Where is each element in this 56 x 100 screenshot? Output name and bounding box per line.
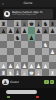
white-pawn: ♟ [1, 62, 6, 69]
square-b2[interactable]: ♟ [7, 62, 14, 69]
black-queen: ♛ [22, 20, 27, 27]
white-pawn: ♟ [8, 62, 13, 69]
square-a3[interactable] [0, 55, 7, 62]
square-g3[interactable] [42, 55, 49, 62]
square-h1[interactable]: ♜ [49, 69, 56, 76]
redo-icon[interactable]: ↻ [50, 80, 55, 85]
black-pawn: ♟ [43, 27, 48, 34]
square-e7[interactable] [28, 27, 35, 34]
square-b5[interactable] [7, 41, 14, 48]
square-h6[interactable] [49, 34, 56, 41]
white-bishop: ♝ [15, 69, 20, 76]
square-a1[interactable]: ♜ [0, 69, 7, 76]
square-c6[interactable]: ♞ [14, 34, 21, 41]
black-rook: ♜ [50, 20, 55, 27]
app-window: ‹ Game ♞ Magnus Carlsen (Age 5) The Tale… [0, 0, 56, 100]
white-rook: ♜ [1, 69, 6, 76]
white-queen: ♛ [22, 69, 27, 76]
square-d2[interactable]: ♟ [21, 62, 28, 69]
opponent-info: Magnus Carlsen (Age 5) The Talented Begi… [12, 11, 43, 17]
square-d6[interactable] [21, 34, 28, 41]
square-f8[interactable]: ♝ [35, 20, 42, 27]
square-b7[interactable]: ♟ [7, 27, 14, 34]
square-c5[interactable] [14, 41, 21, 48]
square-a8[interactable]: ♜ [0, 20, 7, 27]
square-b6[interactable] [7, 34, 14, 41]
black-bishop: ♝ [15, 20, 20, 27]
square-h2[interactable] [49, 62, 56, 69]
chess-board[interactable]: ♜♝♛♚♝♞♜♟♟♟♟♟♟♟♞♟♞♟♟♟♟♟♟♟♟♜♞♝♛♚♝♜ [0, 20, 56, 76]
square-b8[interactable] [7, 20, 14, 27]
white-knight: ♞ [8, 69, 13, 76]
square-e2[interactable]: ♟ [28, 62, 35, 69]
square-c3[interactable] [14, 55, 21, 62]
square-c4[interactable] [14, 48, 21, 55]
square-b1[interactable]: ♞ [7, 69, 14, 76]
square-b3[interactable] [7, 55, 14, 62]
square-d8[interactable]: ♛ [21, 20, 28, 27]
square-a5[interactable] [0, 41, 7, 48]
square-h8[interactable]: ♜ [49, 20, 56, 27]
black-pawn: ♟ [29, 34, 34, 41]
black-knight: ♞ [43, 20, 48, 27]
black-pawn: ♟ [36, 27, 41, 34]
square-g5[interactable]: ♞ [42, 41, 49, 48]
page-title: Game [0, 0, 56, 7]
white-pawn: ♟ [43, 62, 48, 69]
hint-icon[interactable]: ? [44, 80, 49, 85]
square-g4[interactable] [42, 48, 49, 55]
player-avatar[interactable]: ♟ [2, 79, 9, 86]
white-pawn: ♟ [22, 62, 27, 69]
square-c2[interactable]: ♟ [14, 62, 21, 69]
square-d7[interactable]: ♟ [21, 27, 28, 34]
square-f2[interactable]: ♟ [35, 62, 42, 69]
square-c1[interactable]: ♝ [14, 69, 21, 76]
square-c8[interactable]: ♝ [14, 20, 21, 27]
black-pawn: ♟ [8, 27, 13, 34]
square-a6[interactable] [0, 34, 7, 41]
square-e4[interactable] [28, 48, 35, 55]
square-e1[interactable]: ♚ [28, 69, 35, 76]
square-d1[interactable]: ♛ [21, 69, 28, 76]
action-icons: ? ↻ [44, 80, 54, 85]
opponent-subtitle: The Talented Beginner [12, 14, 43, 17]
black-bishop: ♝ [36, 20, 41, 27]
square-h7[interactable]: ♟ [49, 27, 56, 34]
square-d3[interactable] [21, 55, 28, 62]
square-f3[interactable] [35, 55, 42, 62]
square-d4[interactable] [21, 48, 28, 55]
white-pawn: ♟ [29, 62, 34, 69]
square-f7[interactable]: ♟ [35, 27, 42, 34]
bad-move-marker [36, 96, 39, 99]
black-rook: ♜ [1, 20, 6, 27]
white-rook: ♜ [50, 69, 55, 76]
square-a2[interactable]: ♟ [0, 62, 7, 69]
opponent-banner[interactable]: ♞ Magnus Carlsen (Age 5) The Talented Be… [3, 9, 53, 19]
square-d5[interactable] [21, 41, 28, 48]
square-g2[interactable]: ♟ [42, 62, 49, 69]
black-knight: ♞ [15, 34, 20, 41]
square-f5[interactable] [35, 41, 42, 48]
square-g6[interactable] [42, 34, 49, 41]
square-c7[interactable]: ♟ [14, 27, 21, 34]
square-g1[interactable] [42, 69, 49, 76]
square-g7[interactable]: ♟ [42, 27, 49, 34]
black-pawn: ♟ [50, 27, 55, 34]
square-f4[interactable] [35, 48, 42, 55]
square-e6[interactable]: ♟ [28, 34, 35, 41]
white-bishop: ♝ [36, 69, 41, 76]
player-row: ♟ Guest ? ↻ [0, 77, 56, 87]
player-name: Guest [10, 80, 19, 84]
square-a7[interactable]: ♟ [0, 27, 7, 34]
square-f1[interactable]: ♝ [35, 69, 42, 76]
square-f6[interactable] [35, 34, 42, 41]
square-g8[interactable]: ♞ [42, 20, 49, 27]
square-h3[interactable] [49, 55, 56, 62]
black-king: ♚ [29, 20, 34, 27]
knight-icon: ♞ [4, 11, 10, 17]
square-e8[interactable]: ♚ [28, 20, 35, 27]
black-pawn: ♟ [15, 27, 20, 34]
bottom-toolbar [0, 88, 56, 100]
move-strip[interactable] [6, 90, 37, 94]
white-king: ♚ [29, 69, 34, 76]
square-h4[interactable]: ♟ [49, 48, 56, 55]
black-pawn: ♟ [1, 27, 6, 34]
white-pawn: ♟ [15, 62, 20, 69]
square-a4[interactable] [0, 48, 7, 55]
square-h5[interactable] [49, 41, 56, 48]
square-b4[interactable] [7, 48, 14, 55]
white-pawn: ♟ [50, 48, 55, 55]
black-pawn: ♟ [22, 27, 27, 34]
white-knight: ♞ [43, 41, 48, 48]
top-bar: ‹ Game [0, 0, 56, 7]
white-pawn: ♟ [36, 62, 41, 69]
good-move-marker [7, 96, 10, 99]
square-e3[interactable] [28, 55, 35, 62]
square-e5[interactable] [28, 41, 35, 48]
